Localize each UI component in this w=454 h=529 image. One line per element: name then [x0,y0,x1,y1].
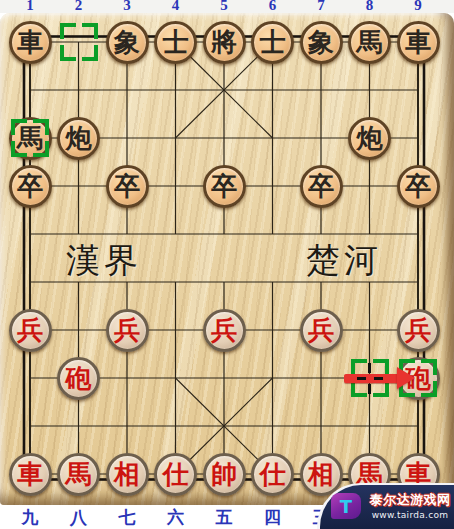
xiangqi-piece-red-兵[interactable]: 兵 [397,309,440,352]
xiangqi-piece-black-車[interactable]: 車 [9,21,52,64]
file-label-top-5: 5 [220,0,228,13]
xiangqi-piece-black-卒[interactable]: 卒 [9,165,52,208]
xiangqi-piece-red-砲[interactable]: 砲 [57,357,100,400]
river-label-right: 楚河 [306,241,382,279]
river-label-left: 漢界 [66,241,142,279]
xiangqi-piece-red-帥[interactable]: 帥 [203,453,246,496]
xiangqi-piece-black-馬[interactable]: 馬 [348,21,391,64]
file-label-top-9: 9 [414,0,422,13]
xiangqi-piece-black-象[interactable]: 象 [106,21,149,64]
file-label-bottom-3: 七 [119,509,136,526]
xiangqi-piece-black-將[interactable]: 將 [203,21,246,64]
file-label-bottom-5: 五 [216,509,233,526]
xiangqi-piece-red-馬[interactable]: 馬 [57,453,100,496]
watermark-badge: T 泰尔达游戏网 www.tairda.com [317,483,454,529]
watermark-url: www.tairda.com [366,510,454,520]
file-label-bottom-2: 八 [70,509,87,526]
xiangqi-piece-black-士[interactable]: 士 [251,21,294,64]
xiangqi-piece-red-兵[interactable]: 兵 [9,309,52,352]
file-label-bottom-6: 四 [264,509,281,526]
xiangqi-piece-red-車[interactable]: 車 [9,453,52,496]
xiangqi-piece-black-馬[interactable]: 馬 [9,117,52,160]
file-label-top-8: 8 [366,0,374,13]
xiangqi-piece-red-兵[interactable]: 兵 [106,309,149,352]
xiangqi-piece-red-仕[interactable]: 仕 [251,453,294,496]
xiangqi-piece-red-兵[interactable]: 兵 [203,309,246,352]
move-arrow-icon [344,374,400,383]
file-label-top-4: 4 [172,0,180,13]
file-label-top-3: 3 [123,0,131,13]
file-label-top-1: 1 [26,0,34,13]
file-label-top-7: 7 [317,0,325,13]
xiangqi-piece-black-卒[interactable]: 卒 [106,165,149,208]
xiangqi-piece-black-象[interactable]: 象 [300,21,343,64]
xiangqi-piece-black-車[interactable]: 車 [397,21,440,64]
file-label-bottom-1: 九 [22,509,39,526]
tairda-logo-icon: T [331,493,361,519]
move-arrow-head-icon [397,367,415,389]
xiangqi-piece-black-炮[interactable]: 炮 [57,117,100,160]
watermark-site-name: 泰尔达游戏网 [366,491,454,509]
xiangqi-piece-black-炮[interactable]: 炮 [348,117,391,160]
file-label-bottom-4: 六 [167,509,184,526]
file-label-top-6: 6 [269,0,277,13]
xiangqi-piece-red-仕[interactable]: 仕 [154,453,197,496]
xiangqi-piece-black-卒[interactable]: 卒 [203,165,246,208]
xiangqi-app-screen: 漢界 楚河 123456789 九八七六五四三二一 車象士將士象馬車馬炮炮卒卒卒… [0,0,454,529]
xiangqi-piece-black-卒[interactable]: 卒 [300,165,343,208]
top-file-labels-strip: 123456789 [0,0,454,13]
xiangqi-piece-red-相[interactable]: 相 [106,453,149,496]
xiangqi-piece-red-兵[interactable]: 兵 [300,309,343,352]
xiangqi-piece-black-卒[interactable]: 卒 [397,165,440,208]
xiangqi-piece-black-士[interactable]: 士 [154,21,197,64]
file-label-top-2: 2 [75,0,83,13]
xiangqi-piece-red-相[interactable]: 相 [300,453,343,496]
